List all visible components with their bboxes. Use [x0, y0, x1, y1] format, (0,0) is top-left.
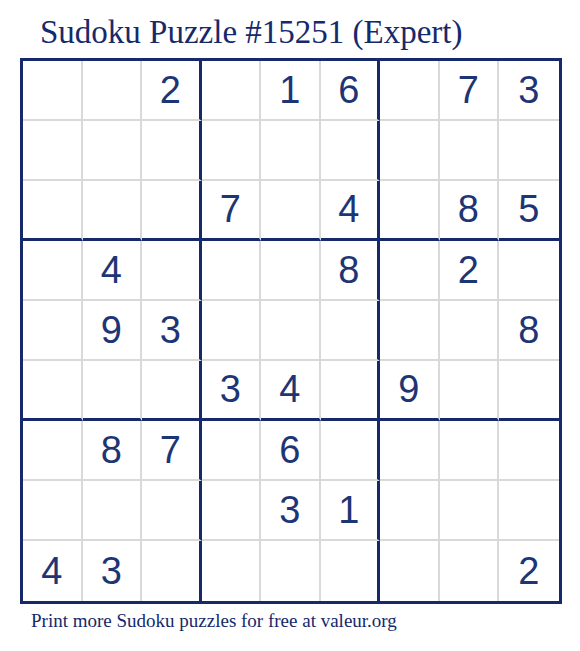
sudoku-cell-r8c7[interactable]: [380, 481, 440, 541]
sudoku-cell-r7c4[interactable]: [202, 421, 262, 481]
sudoku-cell-r5c6[interactable]: [321, 301, 381, 361]
sudoku-cell-r4c4[interactable]: [202, 241, 262, 301]
sudoku-cell-r3c6[interactable]: 4: [321, 181, 381, 241]
sudoku-cell-r9c5[interactable]: [261, 541, 321, 601]
sudoku-cell-r9c1[interactable]: 4: [23, 541, 83, 601]
sudoku-cell-r7c7[interactable]: [380, 421, 440, 481]
sudoku-cell-r4c7[interactable]: [380, 241, 440, 301]
sudoku-cell-r9c4[interactable]: [202, 541, 262, 601]
sudoku-cell-r2c3[interactable]: [142, 121, 202, 181]
sudoku-cell-r1c8[interactable]: 7: [440, 61, 500, 121]
sudoku-cell-r2c9[interactable]: [499, 121, 559, 181]
sudoku-cell-r7c9[interactable]: [499, 421, 559, 481]
sudoku-cell-r3c2[interactable]: [83, 181, 143, 241]
sudoku-cell-r8c6[interactable]: 1: [321, 481, 381, 541]
sudoku-cell-r1c9[interactable]: 3: [499, 61, 559, 121]
sudoku-cell-r1c7[interactable]: [380, 61, 440, 121]
sudoku-cell-r2c6[interactable]: [321, 121, 381, 181]
sudoku-cell-r9c6[interactable]: [321, 541, 381, 601]
sudoku-cell-r8c9[interactable]: [499, 481, 559, 541]
sudoku-cell-r8c2[interactable]: [83, 481, 143, 541]
sudoku-cell-r1c1[interactable]: [23, 61, 83, 121]
sudoku-cell-r5c5[interactable]: [261, 301, 321, 361]
sudoku-board: 21673748548293834987631432: [20, 58, 562, 604]
sudoku-cell-r4c1[interactable]: [23, 241, 83, 301]
sudoku-cell-r4c9[interactable]: [499, 241, 559, 301]
sudoku-cell-r8c5[interactable]: 3: [261, 481, 321, 541]
sudoku-cell-r4c3[interactable]: [142, 241, 202, 301]
sudoku-cell-r1c2[interactable]: [83, 61, 143, 121]
sudoku-cell-r7c1[interactable]: [23, 421, 83, 481]
sudoku-cell-r4c5[interactable]: [261, 241, 321, 301]
sudoku-cell-r7c6[interactable]: [321, 421, 381, 481]
sudoku-cell-r8c4[interactable]: [202, 481, 262, 541]
sudoku-cell-r6c9[interactable]: [499, 361, 559, 421]
sudoku-cell-r1c3[interactable]: 2: [142, 61, 202, 121]
sudoku-cell-r6c3[interactable]: [142, 361, 202, 421]
sudoku-cell-r6c8[interactable]: [440, 361, 500, 421]
sudoku-cell-r7c5[interactable]: 6: [261, 421, 321, 481]
sudoku-cell-r5c7[interactable]: [380, 301, 440, 361]
page-title: Sudoku Puzzle #15251 (Expert): [40, 14, 463, 50]
sudoku-cell-r1c6[interactable]: 6: [321, 61, 381, 121]
sudoku-cell-r6c2[interactable]: [83, 361, 143, 421]
sudoku-cell-r7c3[interactable]: 7: [142, 421, 202, 481]
sudoku-cell-r2c2[interactable]: [83, 121, 143, 181]
sudoku-cell-r9c9[interactable]: 2: [499, 541, 559, 601]
sudoku-cell-r2c1[interactable]: [23, 121, 83, 181]
sudoku-cell-r4c6[interactable]: 8: [321, 241, 381, 301]
sudoku-cell-r6c6[interactable]: [321, 361, 381, 421]
sudoku-cell-r2c5[interactable]: [261, 121, 321, 181]
sudoku-cell-r9c8[interactable]: [440, 541, 500, 601]
sudoku-cell-r3c8[interactable]: 8: [440, 181, 500, 241]
sudoku-cell-r3c1[interactable]: [23, 181, 83, 241]
sudoku-cell-r6c1[interactable]: [23, 361, 83, 421]
sudoku-cell-r9c2[interactable]: 3: [83, 541, 143, 601]
sudoku-cell-r5c2[interactable]: 9: [83, 301, 143, 361]
sudoku-cell-r3c5[interactable]: [261, 181, 321, 241]
sudoku-cell-r5c4[interactable]: [202, 301, 262, 361]
sudoku-cell-r3c4[interactable]: 7: [202, 181, 262, 241]
sudoku-cell-r6c7[interactable]: 9: [380, 361, 440, 421]
sudoku-cell-r1c5[interactable]: 1: [261, 61, 321, 121]
sudoku-cell-r6c5[interactable]: 4: [261, 361, 321, 421]
sudoku-cell-r5c1[interactable]: [23, 301, 83, 361]
sudoku-cell-r2c4[interactable]: [202, 121, 262, 181]
sudoku-cell-r3c7[interactable]: [380, 181, 440, 241]
sudoku-cell-r5c8[interactable]: [440, 301, 500, 361]
sudoku-cell-r9c7[interactable]: [380, 541, 440, 601]
footer-text: Print more Sudoku puzzles for free at va…: [31, 611, 397, 632]
sudoku-cell-r4c8[interactable]: 2: [440, 241, 500, 301]
sudoku-cell-r1c4[interactable]: [202, 61, 262, 121]
sudoku-cell-r3c3[interactable]: [142, 181, 202, 241]
sudoku-cell-r2c8[interactable]: [440, 121, 500, 181]
sudoku-cell-r5c9[interactable]: 8: [499, 301, 559, 361]
sudoku-cell-r4c2[interactable]: 4: [83, 241, 143, 301]
sudoku-cell-r6c4[interactable]: 3: [202, 361, 262, 421]
sudoku-cell-r2c7[interactable]: [380, 121, 440, 181]
sudoku-cell-r8c3[interactable]: [142, 481, 202, 541]
sudoku-cell-r7c2[interactable]: 8: [83, 421, 143, 481]
sudoku-cell-r9c3[interactable]: [142, 541, 202, 601]
sudoku-cell-r3c9[interactable]: 5: [499, 181, 559, 241]
sudoku-cell-r7c8[interactable]: [440, 421, 500, 481]
sudoku-cell-r5c3[interactable]: 3: [142, 301, 202, 361]
sudoku-cell-r8c1[interactable]: [23, 481, 83, 541]
sudoku-cell-r8c8[interactable]: [440, 481, 500, 541]
